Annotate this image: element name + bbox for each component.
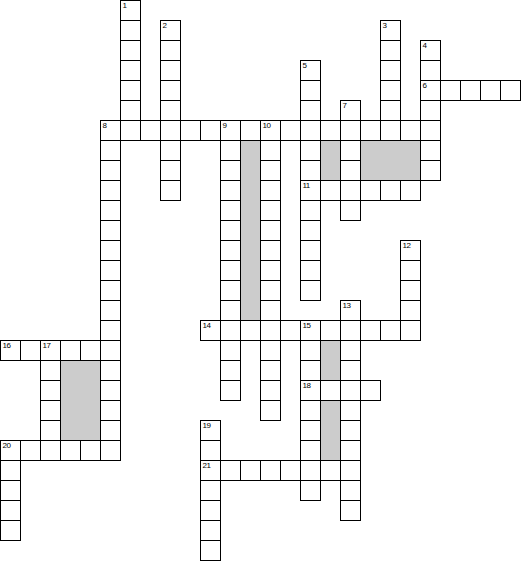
grid-cell[interactable] — [40, 380, 61, 401]
grid-cell[interactable]: 7 — [340, 100, 361, 121]
grid-cell[interactable] — [380, 320, 401, 341]
grid-cell[interactable] — [220, 280, 241, 301]
clue-number: 20 — [3, 441, 11, 450]
clue-number: 13 — [343, 301, 351, 310]
grid-cell[interactable] — [100, 160, 121, 181]
grid-cell[interactable] — [120, 40, 141, 61]
grid-cell[interactable] — [120, 100, 141, 121]
grid-cell[interactable] — [100, 200, 121, 221]
grid-cell[interactable]: 15 — [300, 320, 321, 341]
grid-cell[interactable] — [100, 380, 121, 401]
grid-cell[interactable] — [180, 120, 201, 141]
grid-cell[interactable] — [220, 220, 241, 241]
grid-cell[interactable] — [300, 460, 321, 481]
grid-cell[interactable] — [300, 360, 321, 381]
grid-cell[interactable] — [200, 120, 221, 141]
grid-cell[interactable] — [240, 120, 261, 141]
grid-cell[interactable] — [340, 120, 361, 141]
grid-cell[interactable] — [400, 280, 421, 301]
grid-cell[interactable] — [260, 160, 281, 181]
grid-cell[interactable] — [220, 240, 241, 261]
grid-cell[interactable]: 11 — [300, 180, 321, 201]
grid-cell[interactable] — [260, 460, 281, 481]
grid-cell[interactable] — [260, 180, 281, 201]
grid-cell[interactable] — [320, 380, 341, 401]
grid-cell[interactable] — [40, 360, 61, 381]
grid-cell[interactable] — [340, 380, 361, 401]
grid-cell[interactable]: 10 — [260, 120, 281, 141]
grid-cell[interactable] — [120, 60, 141, 81]
grid-cell[interactable] — [460, 80, 481, 101]
grid-cell[interactable] — [320, 120, 341, 141]
grid-cell[interactable] — [300, 480, 321, 501]
grid-cell[interactable] — [160, 80, 181, 101]
grid-cell[interactable] — [400, 180, 421, 201]
grid-cell[interactable] — [360, 380, 381, 401]
shaded-region — [320, 340, 341, 381]
shaded-region — [320, 140, 341, 181]
grid-cell[interactable] — [260, 260, 281, 281]
grid-cell[interactable] — [160, 40, 181, 61]
grid-cell[interactable]: 13 — [340, 300, 361, 321]
grid-cell[interactable] — [300, 100, 321, 121]
grid-cell[interactable] — [400, 120, 421, 141]
clue-number: 8 — [103, 121, 107, 130]
grid-cell[interactable] — [280, 120, 301, 141]
shaded-region — [360, 140, 421, 181]
grid-cell[interactable] — [0, 500, 21, 521]
grid-cell[interactable] — [300, 280, 321, 301]
grid-cell[interactable] — [400, 320, 421, 341]
grid-cell[interactable] — [220, 460, 241, 481]
grid-cell[interactable] — [300, 340, 321, 361]
grid-cell[interactable] — [260, 300, 281, 321]
grid-cell[interactable] — [400, 260, 421, 281]
grid-cell[interactable] — [340, 400, 361, 421]
grid-cell[interactable] — [360, 320, 381, 341]
grid-cell[interactable] — [420, 60, 441, 81]
grid-cell[interactable] — [420, 160, 441, 181]
grid-cell[interactable] — [400, 300, 421, 321]
grid-cell[interactable] — [300, 200, 321, 221]
grid-cell[interactable] — [260, 340, 281, 361]
crossword-board: 123456789101112131415161718192021 — [0, 0, 521, 561]
grid-cell[interactable] — [120, 120, 141, 141]
grid-cell[interactable] — [260, 320, 281, 341]
clue-number: 16 — [3, 341, 11, 350]
grid-cell[interactable] — [100, 240, 121, 261]
grid-cell[interactable] — [380, 60, 401, 81]
shaded-region — [320, 400, 341, 461]
grid-cell[interactable] — [260, 220, 281, 241]
grid-cell[interactable] — [220, 260, 241, 281]
grid-cell[interactable] — [160, 100, 181, 121]
grid-cell[interactable]: 8 — [100, 120, 121, 141]
clue-number: 11 — [303, 181, 310, 190]
clue-number: 19 — [203, 421, 211, 430]
clue-number: 15 — [303, 321, 311, 330]
grid-cell[interactable] — [20, 440, 41, 461]
grid-cell[interactable] — [40, 440, 61, 461]
grid-cell[interactable]: 21 — [200, 460, 221, 481]
grid-cell[interactable] — [220, 360, 241, 381]
clue-number: 12 — [403, 241, 411, 250]
grid-cell[interactable] — [320, 320, 341, 341]
grid-cell[interactable] — [300, 160, 321, 181]
grid-cell[interactable]: 9 — [220, 120, 241, 141]
grid-cell[interactable]: 5 — [300, 60, 321, 81]
grid-cell[interactable] — [0, 520, 21, 541]
grid-cell[interactable] — [220, 340, 241, 361]
clue-number: 17 — [43, 341, 51, 350]
grid-cell[interactable] — [260, 280, 281, 301]
grid-cell[interactable]: 3 — [380, 20, 401, 41]
clue-number: 18 — [303, 381, 311, 390]
grid-cell[interactable] — [160, 160, 181, 181]
grid-cell[interactable] — [60, 340, 81, 361]
grid-cell[interactable] — [160, 60, 181, 81]
shaded-region — [240, 140, 261, 321]
grid-cell[interactable] — [220, 320, 241, 341]
grid-cell[interactable] — [300, 220, 321, 241]
grid-cell[interactable] — [160, 180, 181, 201]
grid-cell[interactable] — [340, 440, 361, 461]
grid-cell[interactable] — [220, 140, 241, 161]
grid-cell[interactable] — [300, 80, 321, 101]
clue-number: 6 — [423, 81, 427, 90]
grid-cell[interactable] — [100, 300, 121, 321]
grid-cell[interactable] — [340, 160, 361, 181]
grid-cell[interactable] — [340, 360, 361, 381]
grid-cell[interactable] — [340, 180, 361, 201]
clue-number: 4 — [423, 41, 427, 50]
grid-cell[interactable] — [300, 420, 321, 441]
grid-cell[interactable] — [200, 440, 221, 461]
clue-number: 1 — [123, 1, 127, 10]
grid-cell[interactable] — [120, 80, 141, 101]
grid-cell[interactable] — [100, 420, 121, 441]
grid-cell[interactable] — [100, 360, 121, 381]
clue-number: 9 — [223, 121, 227, 130]
grid-cell[interactable] — [220, 160, 241, 181]
grid-cell[interactable] — [100, 220, 121, 241]
grid-cell[interactable] — [380, 100, 401, 121]
grid-cell[interactable] — [100, 180, 121, 201]
grid-cell[interactable] — [300, 240, 321, 261]
grid-cell[interactable] — [340, 420, 361, 441]
grid-cell[interactable] — [60, 440, 81, 461]
clue-number: 7 — [343, 101, 347, 110]
grid-cell[interactable] — [100, 260, 121, 281]
clue-number: 2 — [163, 21, 167, 30]
clue-number: 14 — [203, 321, 211, 330]
grid-cell[interactable] — [320, 180, 341, 201]
grid-cell[interactable] — [360, 120, 381, 141]
grid-cell[interactable] — [360, 180, 381, 201]
grid-cell[interactable]: 16 — [0, 340, 21, 361]
grid-cell[interactable] — [300, 440, 321, 461]
grid-cell[interactable] — [40, 400, 61, 421]
grid-cell[interactable] — [240, 320, 261, 341]
grid-cell[interactable] — [480, 80, 501, 101]
grid-cell[interactable] — [340, 500, 361, 521]
grid-cell[interactable] — [380, 180, 401, 201]
grid-cell[interactable]: 12 — [400, 240, 421, 261]
grid-cell[interactable] — [100, 400, 121, 421]
grid-cell[interactable] — [420, 140, 441, 161]
grid-cell[interactable] — [420, 100, 441, 121]
grid-cell[interactable] — [20, 340, 41, 361]
grid-cell[interactable] — [0, 480, 21, 501]
grid-cell[interactable] — [340, 460, 361, 481]
grid-cell[interactable] — [280, 320, 301, 341]
grid-cell[interactable] — [100, 280, 121, 301]
grid-cell[interactable] — [340, 340, 361, 361]
grid-cell[interactable] — [260, 400, 281, 421]
grid-cell[interactable] — [380, 40, 401, 61]
grid-cell[interactable] — [500, 80, 521, 101]
grid-cell[interactable]: 1 — [120, 0, 141, 21]
grid-cell[interactable] — [100, 320, 121, 341]
grid-cell[interactable] — [0, 460, 21, 481]
grid-cell[interactable] — [260, 200, 281, 221]
grid-cell[interactable] — [420, 120, 441, 141]
grid-cell[interactable] — [80, 440, 101, 461]
grid-cell[interactable] — [260, 140, 281, 161]
grid-cell[interactable]: 17 — [40, 340, 61, 361]
grid-cell[interactable] — [340, 320, 361, 341]
grid-cell[interactable] — [440, 80, 461, 101]
grid-cell[interactable] — [80, 340, 101, 361]
grid-cell[interactable]: 4 — [420, 40, 441, 61]
clue-number: 3 — [383, 21, 387, 30]
grid-cell[interactable] — [260, 380, 281, 401]
grid-cell[interactable] — [340, 140, 361, 161]
grid-cell[interactable] — [220, 380, 241, 401]
clue-number: 21 — [203, 461, 211, 470]
grid-cell[interactable] — [120, 20, 141, 41]
grid-cell[interactable] — [300, 140, 321, 161]
grid-cell[interactable] — [340, 200, 361, 221]
grid-cell[interactable] — [200, 520, 221, 541]
grid-cell[interactable]: 19 — [200, 420, 221, 441]
grid-cell[interactable] — [40, 420, 61, 441]
grid-cell[interactable]: 6 — [420, 80, 441, 101]
grid-cell[interactable] — [320, 460, 341, 481]
grid-cell[interactable] — [160, 140, 181, 161]
grid-cell[interactable] — [380, 80, 401, 101]
grid-cell[interactable]: 20 — [0, 440, 21, 461]
grid-cell[interactable] — [140, 120, 161, 141]
grid-cell[interactable] — [200, 540, 221, 561]
grid-cell[interactable] — [300, 260, 321, 281]
grid-cell[interactable] — [280, 460, 301, 481]
grid-cell[interactable] — [220, 180, 241, 201]
grid-cell[interactable]: 14 — [200, 320, 221, 341]
grid-cell[interactable] — [300, 400, 321, 421]
grid-cell[interactable] — [200, 500, 221, 521]
grid-cell[interactable] — [100, 440, 121, 461]
grid-cell[interactable] — [160, 120, 181, 141]
grid-cell[interactable] — [260, 360, 281, 381]
grid-cell[interactable]: 18 — [300, 380, 321, 401]
grid-cell[interactable] — [100, 340, 121, 361]
grid-cell[interactable] — [220, 200, 241, 221]
clue-number: 10 — [263, 121, 271, 130]
grid-cell[interactable] — [240, 460, 261, 481]
grid-cell[interactable] — [100, 140, 121, 161]
grid-cell[interactable] — [340, 480, 361, 501]
grid-cell[interactable] — [200, 480, 221, 501]
grid-cell[interactable] — [300, 120, 321, 141]
shaded-region — [60, 360, 101, 441]
grid-cell[interactable]: 2 — [160, 20, 181, 41]
grid-cell[interactable] — [380, 120, 401, 141]
grid-cell[interactable] — [220, 300, 241, 321]
grid-cell[interactable] — [260, 240, 281, 261]
clue-number: 5 — [303, 61, 307, 70]
